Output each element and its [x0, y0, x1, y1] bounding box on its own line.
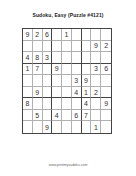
cell-r7c7: 4: [82, 98, 92, 110]
cell-r4c1: 1: [23, 64, 33, 76]
cell-r9c3: 9: [43, 121, 53, 133]
cell-r9c7: [82, 121, 92, 133]
cell-r1c9: [101, 29, 111, 41]
cell-r3c8: [91, 52, 101, 64]
cell-r9c4: [52, 121, 62, 133]
sudoku-page: Sudoku, Easy (Puzzle #4121) 926192483179…: [0, 0, 136, 176]
cell-r1c1: 9: [23, 29, 33, 41]
cell-r1c8: [91, 29, 101, 41]
cell-r7c8: [91, 98, 101, 110]
cell-r8c4: 4: [52, 110, 62, 122]
cell-r7c1: 8: [23, 98, 33, 110]
cell-r9c9: [101, 121, 111, 133]
cell-r2c4: [52, 41, 62, 53]
cell-r3c4: [52, 52, 62, 64]
cell-r1c2: 2: [33, 29, 43, 41]
cell-r2c3: [43, 41, 53, 53]
cell-r3c5: [62, 52, 72, 64]
cell-r7c3: [43, 98, 53, 110]
cell-r6c8: 2: [91, 87, 101, 99]
cell-r7c2: [33, 98, 43, 110]
cell-r3c7: [82, 52, 92, 64]
cell-r8c5: [62, 110, 72, 122]
cell-r2c8: 9: [91, 41, 101, 53]
cell-r1c3: 6: [43, 29, 53, 41]
cell-r8c6: 6: [72, 110, 82, 122]
cell-r3c9: [101, 52, 111, 64]
cell-r7c9: 9: [101, 98, 111, 110]
cell-r2c9: 2: [101, 41, 111, 53]
cell-r4c3: [43, 64, 53, 76]
cell-r4c9: 6: [101, 64, 111, 76]
cell-r4c6: [72, 64, 82, 76]
cell-r5c8: [91, 75, 101, 87]
cell-r9c6: [72, 121, 82, 133]
cell-r3c2: 8: [33, 52, 43, 64]
cell-r6c2: 9: [33, 87, 43, 99]
cell-r8c9: [101, 110, 111, 122]
cell-r6c3: [43, 87, 53, 99]
cell-r7c4: [52, 98, 62, 110]
cell-r5c5: [62, 75, 72, 87]
cell-r4c4: 9: [52, 64, 62, 76]
cell-r9c5: [62, 121, 72, 133]
cell-r4c2: 7: [33, 64, 43, 76]
cell-r9c1: [23, 121, 33, 133]
cell-r6c6: 4: [72, 87, 82, 99]
cell-r2c5: [62, 41, 72, 53]
cell-r5c1: [23, 75, 33, 87]
cell-r1c7: [82, 29, 92, 41]
cell-r8c7: 7: [82, 110, 92, 122]
cell-r6c1: [23, 87, 33, 99]
cell-r4c7: [82, 64, 92, 76]
cell-r3c6: [72, 52, 82, 64]
cell-r3c1: 4: [23, 52, 33, 64]
cell-r6c4: [52, 87, 62, 99]
cell-r9c2: [33, 121, 43, 133]
cell-r1c5: 1: [62, 29, 72, 41]
cell-r4c5: [62, 64, 72, 76]
cell-r1c4: [52, 29, 62, 41]
footer-url: www.printmysudoku.com: [0, 163, 136, 167]
cell-r7c6: [72, 98, 82, 110]
cell-r5c2: [33, 75, 43, 87]
cell-r5c7: 9: [82, 75, 92, 87]
cell-r8c3: [43, 110, 53, 122]
cell-r7c5: [62, 98, 72, 110]
cell-r6c9: [101, 87, 111, 99]
cell-r1c6: [72, 29, 82, 41]
cell-r5c4: [52, 75, 62, 87]
cell-r3c3: 3: [43, 52, 53, 64]
cell-r2c2: [33, 41, 43, 53]
cell-r5c9: [101, 75, 111, 87]
cell-r2c7: [82, 41, 92, 53]
page-title: Sudoku, Easy (Puzzle #4121): [0, 12, 136, 18]
sudoku-board: 92619248317936399412849546791: [22, 28, 112, 134]
cell-r4c8: 3: [91, 64, 101, 76]
cell-r9c8: 1: [91, 121, 101, 133]
cell-r5c6: 3: [72, 75, 82, 87]
cell-r6c7: 1: [82, 87, 92, 99]
cell-r6c5: [62, 87, 72, 99]
cell-r8c1: [23, 110, 33, 122]
cell-r2c1: [23, 41, 33, 53]
cell-r5c3: [43, 75, 53, 87]
cell-r2c6: [72, 41, 82, 53]
cell-r8c8: [91, 110, 101, 122]
cell-r8c2: 5: [33, 110, 43, 122]
